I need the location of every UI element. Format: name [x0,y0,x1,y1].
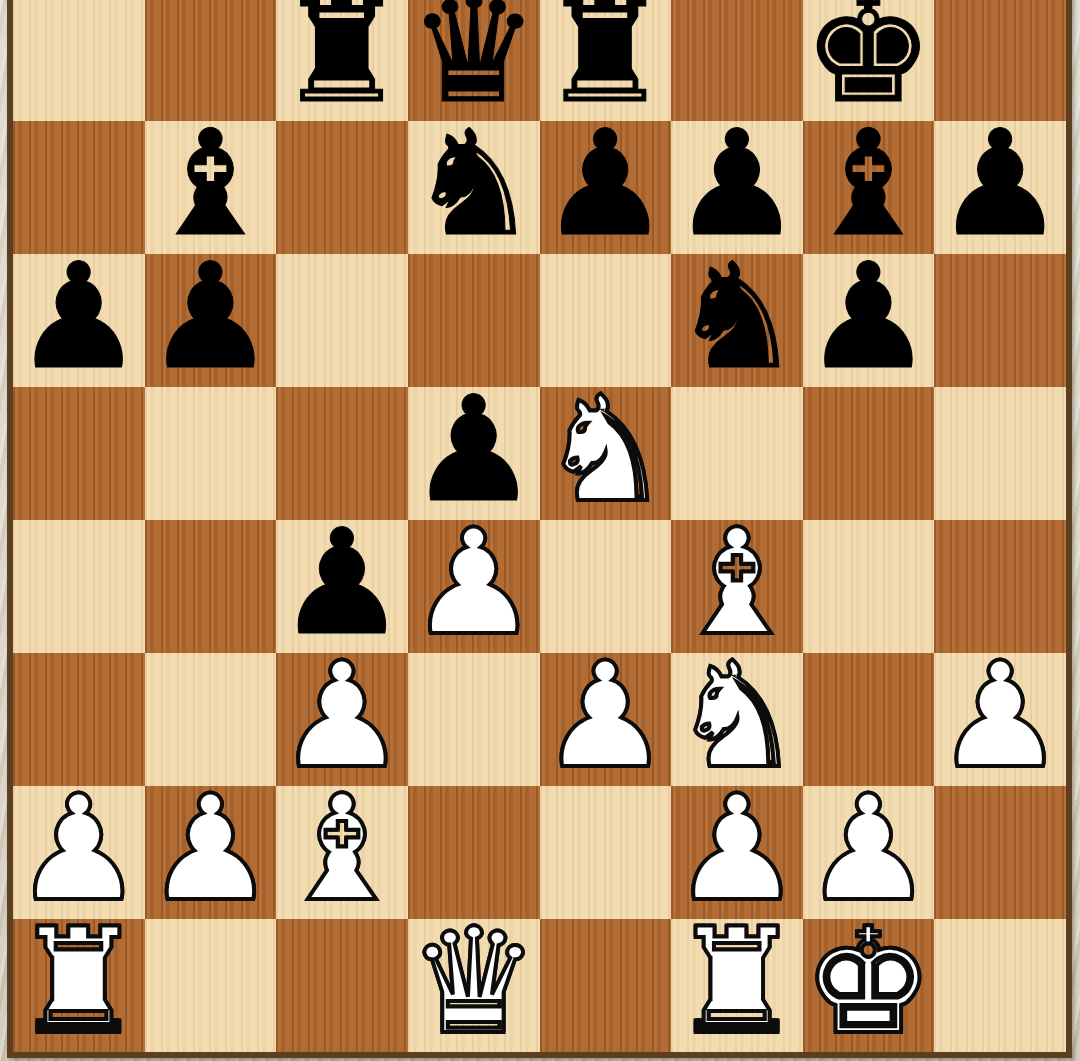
piece-black-pawn[interactable]: ♟ [540,117,671,250]
square-h2[interactable] [934,786,1066,919]
square-a5[interactable] [13,387,145,520]
square-h1[interactable] [934,919,1066,1052]
square-h5[interactable] [934,387,1066,520]
square-b2[interactable]: ♟ [145,786,277,919]
piece-white-pawn[interactable]: ♟ [540,649,671,782]
square-e2[interactable] [540,786,672,919]
square-c1[interactable] [276,919,408,1052]
square-e7[interactable]: ♟ [540,121,672,254]
square-g4[interactable] [803,520,935,653]
piece-white-pawn[interactable]: ♟ [408,516,539,649]
piece-white-pawn[interactable]: ♟ [935,649,1066,782]
square-e3[interactable]: ♟ [540,653,672,786]
square-b6[interactable]: ♟ [145,254,277,387]
piece-black-pawn[interactable]: ♟ [803,250,934,383]
square-e5[interactable]: ♞ [540,387,672,520]
square-h6[interactable] [934,254,1066,387]
square-h7[interactable]: ♟ [934,121,1066,254]
square-f6[interactable]: ♞ [671,254,803,387]
piece-white-queen[interactable]: ♛ [408,915,539,1048]
piece-white-bishop[interactable]: ♝ [277,782,408,915]
square-c7[interactable] [276,121,408,254]
piece-black-pawn[interactable]: ♟ [13,250,144,383]
piece-black-pawn[interactable]: ♟ [935,117,1066,250]
square-b4[interactable] [145,520,277,653]
piece-white-king[interactable]: ♚ [803,915,934,1048]
piece-black-pawn[interactable]: ♟ [145,250,276,383]
square-f1[interactable]: ♜ [671,919,803,1052]
square-b5[interactable] [145,387,277,520]
board-frame: ♜♛♜♚♝♞♟♟♝♟♟♟♞♟♟♞♟♟♝♟♟♞♟♟♟♝♟♟♜♛♜♚ [7,0,1072,1058]
square-a8[interactable] [13,0,145,121]
square-h3[interactable]: ♟ [934,653,1066,786]
piece-black-rook[interactable]: ♜ [277,0,408,117]
piece-black-knight[interactable]: ♞ [671,250,802,383]
piece-black-knight[interactable]: ♞ [408,117,539,250]
square-b1[interactable] [145,919,277,1052]
square-d4[interactable]: ♟ [408,520,540,653]
square-a6[interactable]: ♟ [13,254,145,387]
square-g6[interactable]: ♟ [803,254,935,387]
square-c2[interactable]: ♝ [276,786,408,919]
square-a1[interactable]: ♜ [13,919,145,1052]
square-g1[interactable]: ♚ [803,919,935,1052]
square-c6[interactable] [276,254,408,387]
square-a4[interactable] [13,520,145,653]
piece-white-rook[interactable]: ♜ [13,915,144,1048]
square-d1[interactable]: ♛ [408,919,540,1052]
square-d7[interactable]: ♞ [408,121,540,254]
piece-white-pawn[interactable]: ♟ [145,782,276,915]
chess-board: ♜♛♜♚♝♞♟♟♝♟♟♟♞♟♟♞♟♟♝♟♟♞♟♟♟♝♟♟♜♛♜♚ [13,0,1066,1052]
square-e1[interactable] [540,919,672,1052]
square-c8[interactable]: ♜ [276,0,408,121]
square-g5[interactable] [803,387,935,520]
piece-white-knight[interactable]: ♞ [540,383,671,516]
square-d3[interactable] [408,653,540,786]
piece-white-rook[interactable]: ♜ [671,915,802,1048]
page-background: { "game": "chess", "position": { "fen": … [0,0,1080,1061]
